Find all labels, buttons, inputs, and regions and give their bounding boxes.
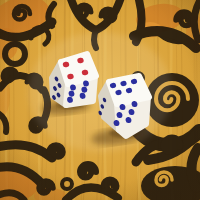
board-scene (0, 0, 200, 200)
dice-photo (0, 0, 200, 200)
die-left[interactable] (51, 54, 96, 105)
